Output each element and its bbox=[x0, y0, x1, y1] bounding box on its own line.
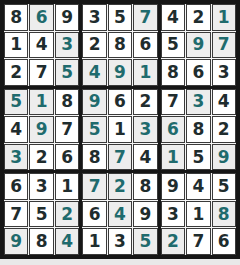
cell-r5c6[interactable]: 3 bbox=[133, 116, 157, 143]
cell-r4c4[interactable]: 9 bbox=[82, 89, 106, 116]
cell-r1c6[interactable]: 7 bbox=[133, 4, 157, 31]
cell-r1c5[interactable]: 5 bbox=[108, 4, 132, 31]
cell-r8c1[interactable]: 7 bbox=[4, 201, 28, 228]
cell-r7c5[interactable]: 2 bbox=[108, 173, 132, 200]
cell-r2c2[interactable]: 4 bbox=[29, 32, 53, 59]
cell-r3c3[interactable]: 5 bbox=[55, 59, 79, 86]
cell-r9c6[interactable]: 5 bbox=[133, 228, 157, 255]
cell-r4c6[interactable]: 2 bbox=[133, 89, 157, 116]
cell-r3c4[interactable]: 4 bbox=[82, 59, 106, 86]
cell-r3c1[interactable]: 2 bbox=[4, 59, 28, 86]
cell-r3c7[interactable]: 8 bbox=[161, 59, 185, 86]
cell-r2c9[interactable]: 7 bbox=[212, 32, 236, 59]
cell-r2c4[interactable]: 2 bbox=[82, 32, 106, 59]
cell-r7c3[interactable]: 1 bbox=[55, 173, 79, 200]
cell-r8c2[interactable]: 5 bbox=[29, 201, 53, 228]
cell-r9c1[interactable]: 9 bbox=[4, 228, 28, 255]
cell-r6c9[interactable]: 9 bbox=[212, 144, 236, 171]
cell-r5c9[interactable]: 2 bbox=[212, 116, 236, 143]
cell-r9c2[interactable]: 8 bbox=[29, 228, 53, 255]
box-8: 728649135 bbox=[82, 173, 157, 255]
cell-r4c3[interactable]: 8 bbox=[55, 89, 79, 116]
bottom-margin bbox=[0, 259, 240, 265]
cell-r2c3[interactable]: 3 bbox=[55, 32, 79, 59]
cell-r8c4[interactable]: 6 bbox=[82, 201, 106, 228]
box-6: 734682159 bbox=[161, 89, 236, 171]
cell-r5c4[interactable]: 5 bbox=[82, 116, 106, 143]
sudoku-board: 8691432753572864914215978635184973269625… bbox=[0, 0, 240, 259]
cell-r7c4[interactable]: 7 bbox=[82, 173, 106, 200]
cell-r8c6[interactable]: 9 bbox=[133, 201, 157, 228]
cell-r7c7[interactable]: 9 bbox=[161, 173, 185, 200]
cell-r3c6[interactable]: 1 bbox=[133, 59, 157, 86]
cell-r8c7[interactable]: 3 bbox=[161, 201, 185, 228]
cell-r6c1[interactable]: 3 bbox=[4, 144, 28, 171]
cell-r8c8[interactable]: 1 bbox=[186, 201, 210, 228]
cell-r9c3[interactable]: 4 bbox=[55, 228, 79, 255]
cell-r7c6[interactable]: 8 bbox=[133, 173, 157, 200]
cell-r5c1[interactable]: 4 bbox=[4, 116, 28, 143]
cell-r6c5[interactable]: 7 bbox=[108, 144, 132, 171]
cell-r2c6[interactable]: 6 bbox=[133, 32, 157, 59]
box-5: 962513874 bbox=[82, 89, 157, 171]
cell-r1c4[interactable]: 3 bbox=[82, 4, 106, 31]
cell-r7c9[interactable]: 5 bbox=[212, 173, 236, 200]
cell-r4c7[interactable]: 7 bbox=[161, 89, 185, 116]
box-9: 945318276 bbox=[161, 173, 236, 255]
box-4: 518497326 bbox=[4, 89, 79, 171]
cell-r6c8[interactable]: 5 bbox=[186, 144, 210, 171]
cell-r3c9[interactable]: 3 bbox=[212, 59, 236, 86]
box-1: 869143275 bbox=[4, 4, 79, 86]
box-2: 357286491 bbox=[82, 4, 157, 86]
cell-r1c3[interactable]: 9 bbox=[55, 4, 79, 31]
cell-r8c3[interactable]: 2 bbox=[55, 201, 79, 228]
cell-r1c2[interactable]: 6 bbox=[29, 4, 53, 31]
cell-r6c3[interactable]: 6 bbox=[55, 144, 79, 171]
box-3: 421597863 bbox=[161, 4, 236, 86]
cell-r1c8[interactable]: 2 bbox=[186, 4, 210, 31]
cell-r4c8[interactable]: 3 bbox=[186, 89, 210, 116]
cell-r9c7[interactable]: 2 bbox=[161, 228, 185, 255]
cell-r2c1[interactable]: 1 bbox=[4, 32, 28, 59]
cell-r8c5[interactable]: 4 bbox=[108, 201, 132, 228]
cell-r3c5[interactable]: 9 bbox=[108, 59, 132, 86]
cell-r4c5[interactable]: 6 bbox=[108, 89, 132, 116]
cell-r5c7[interactable]: 6 bbox=[161, 116, 185, 143]
page: { "game": "sudoku", "position": "8693574… bbox=[0, 0, 240, 265]
cell-r7c2[interactable]: 3 bbox=[29, 173, 53, 200]
cell-r6c4[interactable]: 8 bbox=[82, 144, 106, 171]
cell-r3c2[interactable]: 7 bbox=[29, 59, 53, 86]
cell-r5c2[interactable]: 9 bbox=[29, 116, 53, 143]
cell-r1c9[interactable]: 1 bbox=[212, 4, 236, 31]
cell-r2c5[interactable]: 8 bbox=[108, 32, 132, 59]
cell-r5c3[interactable]: 7 bbox=[55, 116, 79, 143]
cell-r5c5[interactable]: 1 bbox=[108, 116, 132, 143]
cell-r9c4[interactable]: 1 bbox=[82, 228, 106, 255]
cell-r1c1[interactable]: 8 bbox=[4, 4, 28, 31]
cell-r2c8[interactable]: 9 bbox=[186, 32, 210, 59]
cell-r4c1[interactable]: 5 bbox=[4, 89, 28, 116]
cell-r8c9[interactable]: 8 bbox=[212, 201, 236, 228]
cell-r4c2[interactable]: 1 bbox=[29, 89, 53, 116]
cell-r7c8[interactable]: 4 bbox=[186, 173, 210, 200]
cell-r9c8[interactable]: 7 bbox=[186, 228, 210, 255]
cell-r9c9[interactable]: 6 bbox=[212, 228, 236, 255]
cell-r3c8[interactable]: 6 bbox=[186, 59, 210, 86]
cell-r2c7[interactable]: 5 bbox=[161, 32, 185, 59]
cell-r5c8[interactable]: 8 bbox=[186, 116, 210, 143]
cell-r9c5[interactable]: 3 bbox=[108, 228, 132, 255]
cell-r6c6[interactable]: 4 bbox=[133, 144, 157, 171]
cell-r7c1[interactable]: 6 bbox=[4, 173, 28, 200]
cell-r4c9[interactable]: 4 bbox=[212, 89, 236, 116]
cell-r6c2[interactable]: 2 bbox=[29, 144, 53, 171]
cell-r6c7[interactable]: 1 bbox=[161, 144, 185, 171]
cell-r1c7[interactable]: 4 bbox=[161, 4, 185, 31]
box-7: 631752984 bbox=[4, 173, 79, 255]
